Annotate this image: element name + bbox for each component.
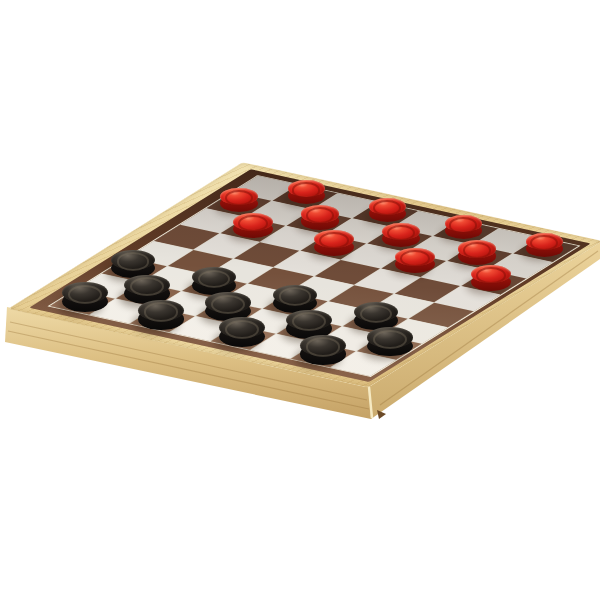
piece-crown-ring: [463, 242, 491, 259]
checker-piece-red[interactable]: [471, 265, 511, 296]
checker-piece-red[interactable]: [314, 230, 354, 261]
piece-crown-ring: [292, 312, 326, 331]
piece-crown-ring: [292, 182, 319, 198]
piece-crown-ring: [117, 252, 150, 270]
piece-crown-ring: [306, 337, 341, 356]
checker-piece-black[interactable]: [300, 335, 347, 372]
piece-crown-ring: [279, 287, 312, 305]
checker-piece-black[interactable]: [138, 300, 185, 337]
piece-crown-ring: [530, 235, 557, 251]
checker-piece-black[interactable]: [62, 282, 109, 319]
piece-crown-ring: [225, 320, 260, 339]
piece-crown-ring: [306, 207, 334, 224]
scene: [0, 0, 600, 600]
piece-crown-ring: [144, 302, 179, 321]
piece-crown-ring: [68, 285, 103, 304]
checker-piece-red[interactable]: [395, 248, 435, 279]
checker-piece-black[interactable]: [219, 317, 266, 354]
checker-piece-red[interactable]: [526, 233, 563, 262]
piece-crown-ring: [238, 215, 267, 232]
piece-crown-ring: [211, 295, 245, 314]
piece-crown-ring: [373, 200, 400, 216]
piece-crown-ring: [400, 250, 429, 267]
piece-crown-ring: [449, 217, 476, 233]
pieces-layer: [0, 0, 600, 600]
piece-crown-ring: [130, 277, 164, 296]
piece-crown-ring: [373, 330, 407, 349]
checker-piece-red[interactable]: [233, 213, 273, 244]
checker-piece-black[interactable]: [367, 327, 412, 362]
